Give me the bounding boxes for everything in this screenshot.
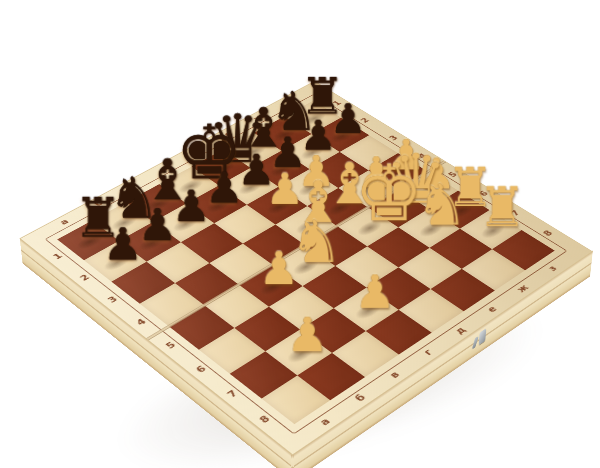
light-pawn-c5[interactable]: ♟ <box>256 246 301 291</box>
square-c8[interactable] <box>332 331 399 377</box>
metal-latch-icon <box>471 327 488 353</box>
latch-plate <box>479 328 486 345</box>
light-pawn-b7[interactable]: ♟ <box>284 311 331 358</box>
scene: ааббввггддеежжзз1122334455667788 ♜♞♟♝♟♛♟… <box>0 0 600 468</box>
square-e8[interactable] <box>399 289 464 333</box>
square-f8[interactable] <box>431 269 495 311</box>
light-pawn-d7[interactable]: ♟ <box>352 269 398 315</box>
dark-pawn-a2[interactable]: ♟ <box>100 222 145 267</box>
square-b8[interactable] <box>297 353 365 400</box>
square-a8[interactable] <box>262 375 331 424</box>
square-a3[interactable] <box>111 262 175 304</box>
square-g8[interactable] <box>462 249 525 290</box>
photo-stage: ааббввггддеежжзз1122334455667788 ♜♞♟♝♟♛♟… <box>0 0 600 468</box>
square-b3[interactable] <box>147 242 210 283</box>
chess-board: ааббввггддеежжзз1122334455667788 ♜♞♟♝♟♛♟… <box>21 82 592 455</box>
square-f7[interactable] <box>398 248 461 289</box>
square-a5[interactable] <box>169 305 235 350</box>
square-d8[interactable] <box>366 310 432 355</box>
square-a6[interactable] <box>199 328 266 374</box>
square-b4[interactable] <box>175 263 239 305</box>
latch-hook <box>471 337 478 350</box>
square-a4[interactable] <box>140 283 205 326</box>
